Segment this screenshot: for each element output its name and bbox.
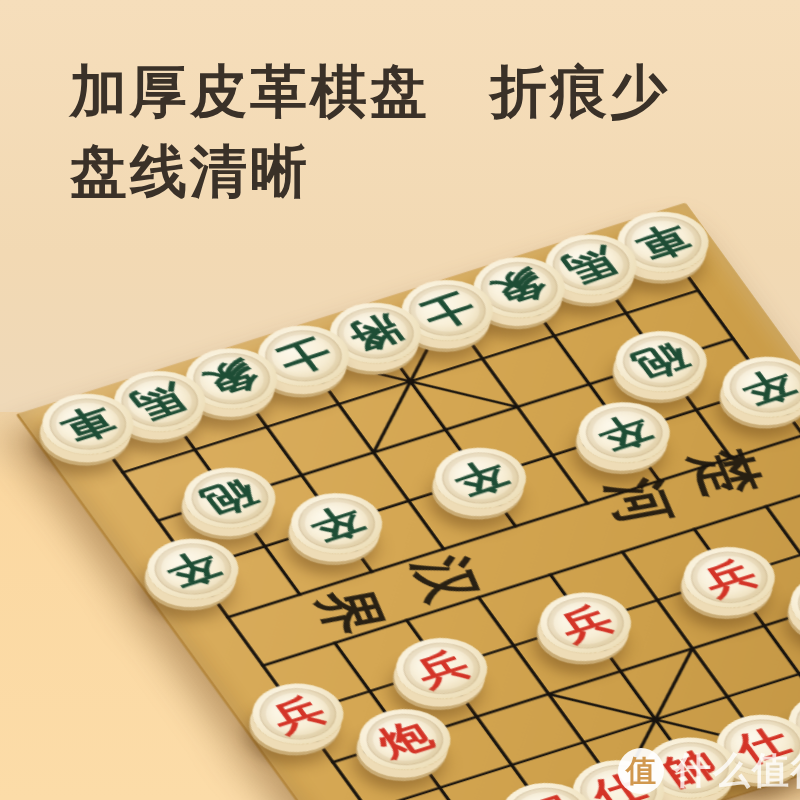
piece-character: 象 xyxy=(485,265,554,311)
piece-character: 卒 xyxy=(733,364,800,410)
piece-character: 士 xyxy=(413,287,482,333)
piece-character: 卒 xyxy=(158,546,227,592)
product-photo-stage: 加厚皮革棋盘 折痕少 盘线清晰 xyxy=(0,0,800,800)
piece-character: 炮 xyxy=(371,717,439,762)
piece-character: 卒 xyxy=(590,410,659,456)
piece-character: 兵 xyxy=(264,691,332,736)
piece-character: 卒 xyxy=(446,455,515,501)
piece-character: 兵 xyxy=(551,600,619,645)
piece-character: 象 xyxy=(197,356,266,402)
piece-character: 砲 xyxy=(627,338,696,384)
watermark-logo-char: 值 xyxy=(626,751,656,792)
piece-character: 馬 xyxy=(125,378,194,424)
piece-character: 兵 xyxy=(407,646,475,691)
headline-line2: 盘线清晰 xyxy=(70,134,310,211)
piece-character: 士 xyxy=(269,333,338,379)
piece-character: 車 xyxy=(53,401,122,447)
piece-character: 卒 xyxy=(302,501,371,547)
headline-line1: 加厚皮革棋盘 折痕少 xyxy=(70,54,670,131)
watermark: 值 什么值得买 xyxy=(618,746,800,796)
piece-character: 車 xyxy=(628,219,697,265)
watermark-logo-icon: 值 xyxy=(618,748,664,794)
watermark-text: 什么值得买 xyxy=(674,746,800,796)
piece-character: 馬 xyxy=(557,242,626,288)
piece-character: 將 xyxy=(341,310,410,356)
piece-character: 兵 xyxy=(695,555,763,600)
piece-character: 相 xyxy=(512,791,580,800)
piece-character: 砲 xyxy=(195,475,264,521)
